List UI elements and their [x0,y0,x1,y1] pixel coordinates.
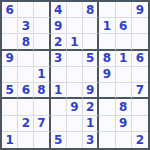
cell-r3c3[interactable] [34,34,50,50]
cell-r1c6[interactable]: 8 [83,2,99,18]
cell-r6c5[interactable] [67,83,83,99]
cell-r6c9[interactable]: 7 [132,83,148,99]
cell-r5c5[interactable] [67,67,83,83]
cell-r6c7[interactable] [99,83,115,99]
cell-r6c4[interactable]: 1 [51,83,67,99]
cell-r1c9[interactable]: 9 [132,2,148,18]
cell-r1c8[interactable] [116,2,132,18]
cell-r3c9[interactable] [132,34,148,50]
cell-r9c9[interactable]: 2 [132,132,148,148]
cell-r3c1[interactable] [2,34,18,50]
sudoku-board: 648939168219358161956819792827191532 [0,0,150,150]
cell-r7c4[interactable] [51,99,67,115]
cell-r2c3[interactable] [34,18,50,34]
cell-r8c8[interactable]: 9 [116,116,132,132]
cell-r3c2[interactable]: 8 [18,34,34,50]
cell-r8c7[interactable] [99,116,115,132]
cell-r7c6[interactable]: 2 [83,99,99,115]
cell-r2c6[interactable] [83,18,99,34]
cell-r7c2[interactable] [18,99,34,115]
cell-r8c5[interactable] [67,116,83,132]
cell-r9c5[interactable] [67,132,83,148]
cell-r4c2[interactable] [18,51,34,67]
cell-r3c7[interactable] [99,34,115,50]
cell-r9c7[interactable] [99,132,115,148]
cell-r1c7[interactable] [99,2,115,18]
cell-r6c8[interactable] [116,83,132,99]
cell-r4c6[interactable]: 5 [83,51,99,67]
cell-r2c5[interactable] [67,18,83,34]
cell-r5c3[interactable]: 1 [34,67,50,83]
cell-r9c1[interactable]: 1 [2,132,18,148]
cell-r4c9[interactable]: 6 [132,51,148,67]
cell-r5c1[interactable] [2,67,18,83]
cell-r7c7[interactable] [99,99,115,115]
cell-r4c1[interactable]: 9 [2,51,18,67]
cell-r8c2[interactable]: 2 [18,116,34,132]
cell-r5c8[interactable] [116,67,132,83]
cell-r6c1[interactable]: 5 [2,83,18,99]
cell-r1c5[interactable] [67,2,83,18]
cell-r6c2[interactable]: 6 [18,83,34,99]
cell-r8c4[interactable] [51,116,67,132]
cell-r8c6[interactable]: 1 [83,116,99,132]
cell-r9c2[interactable] [18,132,34,148]
cell-r4c5[interactable] [67,51,83,67]
cell-r1c4[interactable]: 4 [51,2,67,18]
cell-r6c6[interactable]: 9 [83,83,99,99]
cell-r8c1[interactable] [2,116,18,132]
cell-r4c3[interactable] [34,51,50,67]
cell-r7c9[interactable] [132,99,148,115]
cell-r4c7[interactable]: 8 [99,51,115,67]
cell-r1c3[interactable] [34,2,50,18]
cell-r1c1[interactable]: 6 [2,2,18,18]
cell-r9c4[interactable]: 5 [51,132,67,148]
cell-r5c9[interactable] [132,67,148,83]
cell-r7c1[interactable] [2,99,18,115]
cell-r2c4[interactable]: 9 [51,18,67,34]
cell-r1c2[interactable] [18,2,34,18]
cell-r5c6[interactable] [83,67,99,83]
cell-r3c4[interactable]: 2 [51,34,67,50]
cell-r2c2[interactable]: 3 [18,18,34,34]
cell-r4c8[interactable]: 1 [116,51,132,67]
cell-r3c8[interactable] [116,34,132,50]
cell-r3c6[interactable] [83,34,99,50]
cell-r5c4[interactable] [51,67,67,83]
cell-r5c7[interactable]: 9 [99,67,115,83]
cell-r9c6[interactable]: 3 [83,132,99,148]
cell-r9c3[interactable] [34,132,50,148]
cell-r2c8[interactable]: 6 [116,18,132,34]
cell-r9c8[interactable] [116,132,132,148]
cell-r7c5[interactable]: 9 [67,99,83,115]
cell-r8c9[interactable] [132,116,148,132]
cell-r7c3[interactable] [34,99,50,115]
cell-r4c4[interactable]: 3 [51,51,67,67]
cell-r5c2[interactable] [18,67,34,83]
cell-r2c9[interactable] [132,18,148,34]
cell-r6c3[interactable]: 8 [34,83,50,99]
cell-r8c3[interactable]: 7 [34,116,50,132]
cell-r2c7[interactable]: 1 [99,18,115,34]
cell-r2c1[interactable] [2,18,18,34]
cell-r7c8[interactable]: 8 [116,99,132,115]
cell-r3c5[interactable]: 1 [67,34,83,50]
